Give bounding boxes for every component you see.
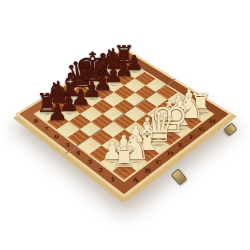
rank-label-3: 3 (84, 156, 95, 168)
front-latch (171, 168, 188, 185)
file-label-b: B (139, 166, 156, 174)
piece-black-pawn-a7[interactable]: ♟ (48, 101, 68, 123)
rank-label-6: 6 (51, 131, 62, 142)
file-label-a: A (127, 175, 144, 183)
file-label-c: C (150, 158, 167, 166)
piece-white-rook-a1[interactable]: ♜ (111, 144, 136, 172)
rank-label-2: 2 (95, 164, 106, 176)
rank-label-4: 4 (72, 147, 83, 159)
file-label-d: D (161, 149, 178, 157)
file-label-g: G (194, 125, 211, 132)
file-label-h: H (204, 118, 221, 125)
photo-canvas: 12345678 ABCDEFGH ♜♞♝♛♚♝♞♜♟♟♟♟♟♟♟♟♟♟♟♟♟♟… (0, 0, 250, 250)
rank-label-7: 7 (40, 123, 52, 134)
side-hinge-latch (223, 123, 237, 137)
rank-label-1: 1 (107, 173, 118, 186)
